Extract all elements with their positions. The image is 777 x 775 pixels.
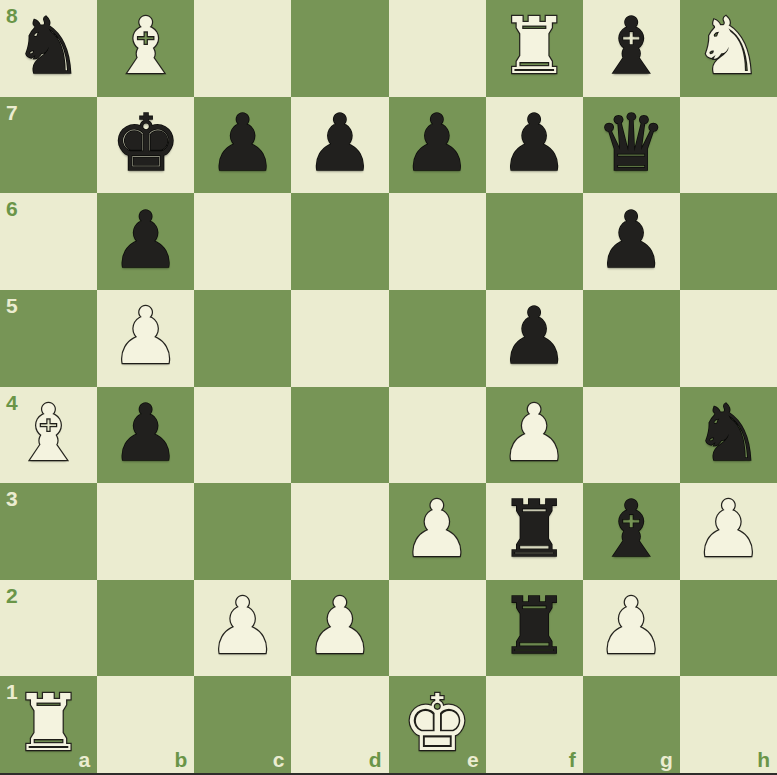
square-d1[interactable]: d xyxy=(291,676,388,773)
square-h4[interactable]: ♞ xyxy=(680,387,777,484)
square-e5[interactable] xyxy=(389,290,486,387)
black-queen-g7[interactable]: ♛ xyxy=(596,104,666,182)
square-e6[interactable] xyxy=(389,193,486,290)
black-pawn-b4[interactable]: ♟ xyxy=(111,394,181,472)
square-f1[interactable]: f xyxy=(486,676,583,773)
square-h3[interactable]: ♟ xyxy=(680,483,777,580)
square-d6[interactable] xyxy=(291,193,388,290)
square-d4[interactable] xyxy=(291,387,388,484)
square-h6[interactable] xyxy=(680,193,777,290)
file-label-h: h xyxy=(757,749,770,770)
square-c8[interactable] xyxy=(194,0,291,97)
square-e1[interactable]: e♚ xyxy=(389,676,486,773)
square-h1[interactable]: h xyxy=(680,676,777,773)
square-a4[interactable]: 4♝ xyxy=(0,387,97,484)
square-f2[interactable]: ♜ xyxy=(486,580,583,677)
square-c1[interactable]: c xyxy=(194,676,291,773)
square-b3[interactable] xyxy=(97,483,194,580)
square-f4[interactable]: ♟ xyxy=(486,387,583,484)
square-f6[interactable] xyxy=(486,193,583,290)
square-g6[interactable]: ♟ xyxy=(583,193,680,290)
square-g4[interactable] xyxy=(583,387,680,484)
square-f8[interactable]: ♜ xyxy=(486,0,583,97)
square-g8[interactable]: ♝ xyxy=(583,0,680,97)
square-h8[interactable]: ♞ xyxy=(680,0,777,97)
square-g7[interactable]: ♛ xyxy=(583,97,680,194)
square-a1[interactable]: 1a♜ xyxy=(0,676,97,773)
file-label-b: b xyxy=(174,749,187,770)
square-f7[interactable]: ♟ xyxy=(486,97,583,194)
white-rook-f8[interactable]: ♜ xyxy=(499,7,569,85)
square-f5[interactable]: ♟ xyxy=(486,290,583,387)
square-h7[interactable] xyxy=(680,97,777,194)
black-rook-f2[interactable]: ♜ xyxy=(499,587,569,665)
white-rook-a1[interactable]: ♜ xyxy=(14,684,84,762)
white-pawn-d2[interactable]: ♟ xyxy=(305,587,375,665)
square-d2[interactable]: ♟ xyxy=(291,580,388,677)
white-pawn-h3[interactable]: ♟ xyxy=(693,490,763,568)
file-label-c: c xyxy=(273,749,285,770)
square-f3[interactable]: ♜ xyxy=(486,483,583,580)
square-b4[interactable]: ♟ xyxy=(97,387,194,484)
black-bishop-g3[interactable]: ♝ xyxy=(596,490,666,568)
black-pawn-f7[interactable]: ♟ xyxy=(499,104,569,182)
white-bishop-a4[interactable]: ♝ xyxy=(14,394,84,472)
square-c4[interactable] xyxy=(194,387,291,484)
square-a2[interactable]: 2 xyxy=(0,580,97,677)
square-a5[interactable]: 5 xyxy=(0,290,97,387)
square-d8[interactable] xyxy=(291,0,388,97)
white-king-e1[interactable]: ♚ xyxy=(402,684,472,762)
square-d7[interactable]: ♟ xyxy=(291,97,388,194)
rank-label-7: 7 xyxy=(6,102,18,123)
square-b2[interactable] xyxy=(97,580,194,677)
square-d3[interactable] xyxy=(291,483,388,580)
black-king-b7[interactable]: ♚ xyxy=(111,104,181,182)
square-b7[interactable]: ♚ xyxy=(97,97,194,194)
black-pawn-d7[interactable]: ♟ xyxy=(305,104,375,182)
square-g3[interactable]: ♝ xyxy=(583,483,680,580)
white-pawn-f4[interactable]: ♟ xyxy=(499,394,569,472)
square-e3[interactable]: ♟ xyxy=(389,483,486,580)
square-a3[interactable]: 3 xyxy=(0,483,97,580)
square-c6[interactable] xyxy=(194,193,291,290)
square-g5[interactable] xyxy=(583,290,680,387)
white-pawn-c2[interactable]: ♟ xyxy=(208,587,278,665)
black-pawn-f5[interactable]: ♟ xyxy=(499,297,569,375)
black-pawn-e7[interactable]: ♟ xyxy=(402,104,472,182)
file-label-f: f xyxy=(569,749,576,770)
white-pawn-e3[interactable]: ♟ xyxy=(402,490,472,568)
square-d5[interactable] xyxy=(291,290,388,387)
square-c3[interactable] xyxy=(194,483,291,580)
square-e7[interactable]: ♟ xyxy=(389,97,486,194)
chess-board-container: 8♞♝♜♝♞7♚♟♟♟♟♛6♟♟5♟♟4♝♟♟♞3♟♜♝♟2♟♟♜♟1a♜bcd… xyxy=(0,0,777,775)
black-rook-f3[interactable]: ♜ xyxy=(499,490,569,568)
white-pawn-b5[interactable]: ♟ xyxy=(111,297,181,375)
black-pawn-g6[interactable]: ♟ xyxy=(596,201,666,279)
square-h2[interactable] xyxy=(680,580,777,677)
white-knight-h8[interactable]: ♞ xyxy=(693,7,763,85)
black-knight-h4[interactable]: ♞ xyxy=(693,394,763,472)
square-a6[interactable]: 6 xyxy=(0,193,97,290)
square-a8[interactable]: 8♞ xyxy=(0,0,97,97)
rank-label-2: 2 xyxy=(6,585,18,606)
rank-label-3: 3 xyxy=(6,488,18,509)
square-c5[interactable] xyxy=(194,290,291,387)
square-c7[interactable]: ♟ xyxy=(194,97,291,194)
black-pawn-b6[interactable]: ♟ xyxy=(111,201,181,279)
white-pawn-g2[interactable]: ♟ xyxy=(596,587,666,665)
square-b6[interactable]: ♟ xyxy=(97,193,194,290)
square-e2[interactable] xyxy=(389,580,486,677)
white-bishop-b8[interactable]: ♝ xyxy=(111,7,181,85)
chess-board: 8♞♝♜♝♞7♚♟♟♟♟♛6♟♟5♟♟4♝♟♟♞3♟♜♝♟2♟♟♜♟1a♜bcd… xyxy=(0,0,777,773)
black-knight-a8[interactable]: ♞ xyxy=(14,7,84,85)
black-bishop-g8[interactable]: ♝ xyxy=(596,7,666,85)
rank-label-5: 5 xyxy=(6,295,18,316)
square-b5[interactable]: ♟ xyxy=(97,290,194,387)
square-a7[interactable]: 7 xyxy=(0,97,97,194)
square-g1[interactable]: g xyxy=(583,676,680,773)
rank-label-6: 6 xyxy=(6,198,18,219)
file-label-g: g xyxy=(660,749,673,770)
square-c2[interactable]: ♟ xyxy=(194,580,291,677)
square-e8[interactable] xyxy=(389,0,486,97)
square-b8[interactable]: ♝ xyxy=(97,0,194,97)
black-pawn-c7[interactable]: ♟ xyxy=(208,104,278,182)
square-b1[interactable]: b xyxy=(97,676,194,773)
square-e4[interactable] xyxy=(389,387,486,484)
square-g2[interactable]: ♟ xyxy=(583,580,680,677)
square-h5[interactable] xyxy=(680,290,777,387)
file-label-d: d xyxy=(369,749,382,770)
